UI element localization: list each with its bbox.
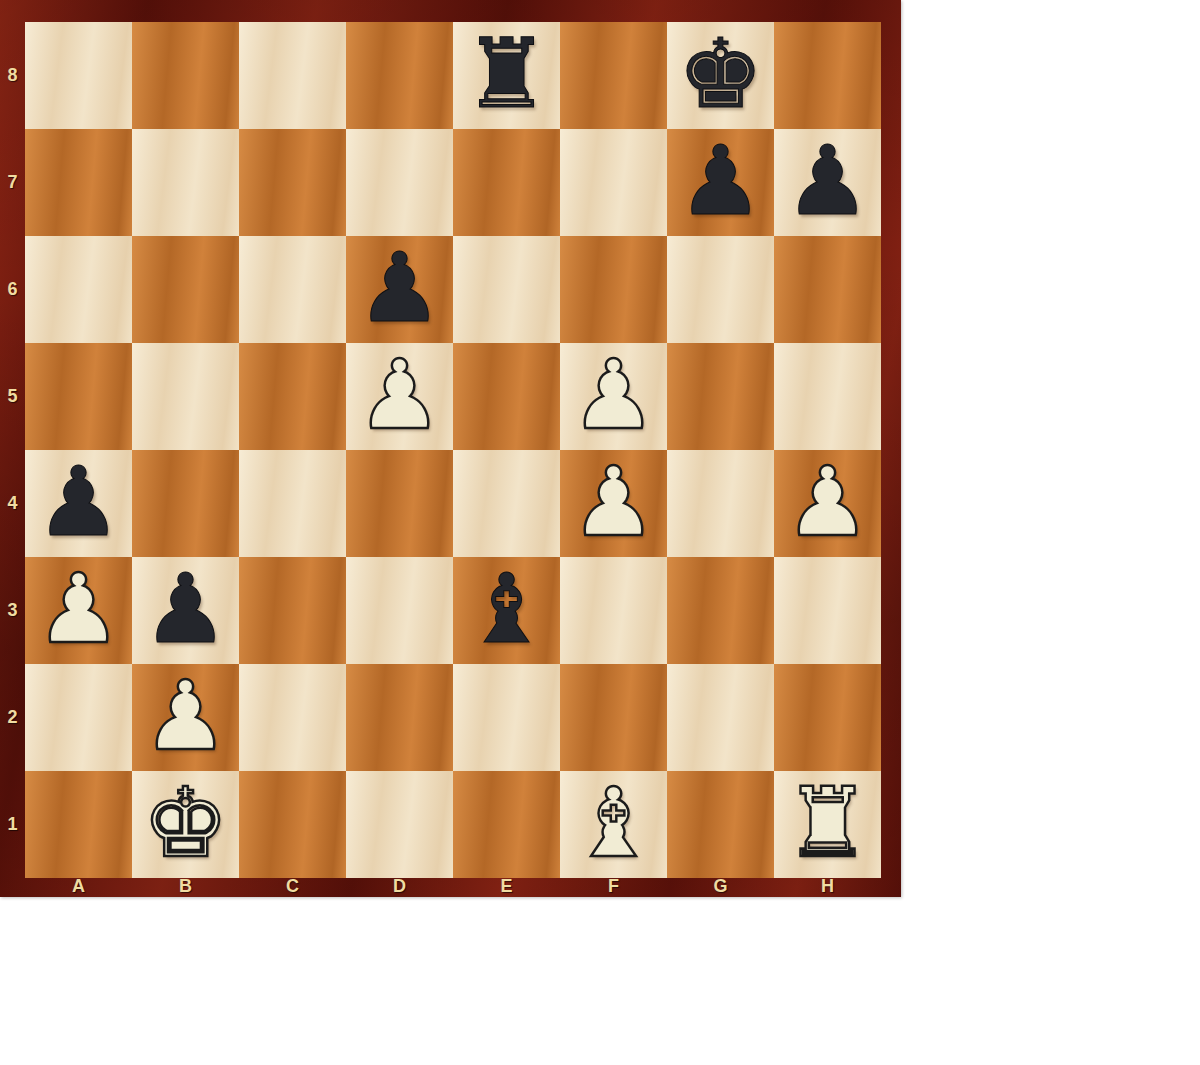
square-d3[interactable] <box>346 557 453 664</box>
white-pawn[interactable]: ♟ <box>560 343 667 450</box>
black-rook[interactable]: ♜ <box>453 22 560 129</box>
square-g1[interactable] <box>667 771 774 878</box>
white-king[interactable]: ♚ <box>132 771 239 878</box>
square-d6[interactable]: ♟ <box>346 236 453 343</box>
black-pawn[interactable]: ♟ <box>132 557 239 664</box>
white-pawn[interactable]: ♟ <box>346 343 453 450</box>
square-h5[interactable] <box>774 343 881 450</box>
square-h2[interactable] <box>774 664 881 771</box>
file-label-a: A <box>25 876 132 897</box>
square-g3[interactable] <box>667 557 774 664</box>
square-g2[interactable] <box>667 664 774 771</box>
black-pawn[interactable]: ♟ <box>667 129 774 236</box>
white-pawn[interactable]: ♟ <box>132 664 239 771</box>
white-rook[interactable]: ♜ <box>774 771 881 878</box>
white-bishop[interactable]: ♝ <box>560 771 667 878</box>
square-f7[interactable] <box>560 129 667 236</box>
square-h8[interactable] <box>774 22 881 129</box>
file-label-c: C <box>239 876 346 897</box>
square-d7[interactable] <box>346 129 453 236</box>
square-g5[interactable] <box>667 343 774 450</box>
square-c3[interactable] <box>239 557 346 664</box>
rank-label-6: 6 <box>0 236 25 343</box>
black-pawn[interactable]: ♟ <box>25 450 132 557</box>
square-h6[interactable] <box>774 236 881 343</box>
square-e4[interactable] <box>453 450 560 557</box>
square-f6[interactable] <box>560 236 667 343</box>
rank-label-5: 5 <box>0 343 25 450</box>
square-g4[interactable] <box>667 450 774 557</box>
square-c5[interactable] <box>239 343 346 450</box>
square-b1[interactable]: ♚ <box>132 771 239 878</box>
square-f3[interactable] <box>560 557 667 664</box>
white-pawn[interactable]: ♟ <box>560 450 667 557</box>
square-e8[interactable]: ♜ <box>453 22 560 129</box>
square-d8[interactable] <box>346 22 453 129</box>
square-d4[interactable] <box>346 450 453 557</box>
square-g7[interactable]: ♟ <box>667 129 774 236</box>
board-frame: 87654321 ABCDEFGH ♜♚♟♟♟♟♟♟♟♟♟♟♝♟♚♝♜ <box>0 0 901 897</box>
square-e7[interactable] <box>453 129 560 236</box>
square-e5[interactable] <box>453 343 560 450</box>
square-c2[interactable] <box>239 664 346 771</box>
rank-label-2: 2 <box>0 664 25 771</box>
square-c6[interactable] <box>239 236 346 343</box>
square-a8[interactable] <box>25 22 132 129</box>
square-e3[interactable]: ♝ <box>453 557 560 664</box>
square-d1[interactable] <box>346 771 453 878</box>
square-d2[interactable] <box>346 664 453 771</box>
square-f1[interactable]: ♝ <box>560 771 667 878</box>
white-pawn[interactable]: ♟ <box>25 557 132 664</box>
black-king[interactable]: ♚ <box>667 22 774 129</box>
square-a4[interactable]: ♟ <box>25 450 132 557</box>
square-a5[interactable] <box>25 343 132 450</box>
square-f8[interactable] <box>560 22 667 129</box>
square-h7[interactable]: ♟ <box>774 129 881 236</box>
square-a2[interactable] <box>25 664 132 771</box>
rank-labels: 87654321 <box>0 22 25 878</box>
square-b6[interactable] <box>132 236 239 343</box>
square-f5[interactable]: ♟ <box>560 343 667 450</box>
square-a3[interactable]: ♟ <box>25 557 132 664</box>
file-labels: ABCDEFGH <box>25 876 881 897</box>
file-label-b: B <box>132 876 239 897</box>
square-b8[interactable] <box>132 22 239 129</box>
square-f2[interactable] <box>560 664 667 771</box>
square-b3[interactable]: ♟ <box>132 557 239 664</box>
square-b7[interactable] <box>132 129 239 236</box>
square-f4[interactable]: ♟ <box>560 450 667 557</box>
rank-label-1: 1 <box>0 771 25 878</box>
square-a6[interactable] <box>25 236 132 343</box>
black-pawn[interactable]: ♟ <box>346 236 453 343</box>
black-bishop[interactable]: ♝ <box>453 557 560 664</box>
square-e1[interactable] <box>453 771 560 878</box>
rank-label-7: 7 <box>0 129 25 236</box>
file-label-d: D <box>346 876 453 897</box>
square-e6[interactable] <box>453 236 560 343</box>
rank-label-8: 8 <box>0 22 25 129</box>
file-label-g: G <box>667 876 774 897</box>
square-b2[interactable]: ♟ <box>132 664 239 771</box>
square-c1[interactable] <box>239 771 346 878</box>
file-label-f: F <box>560 876 667 897</box>
square-a1[interactable] <box>25 771 132 878</box>
square-d5[interactable]: ♟ <box>346 343 453 450</box>
square-c8[interactable] <box>239 22 346 129</box>
page-background: 87654321 ABCDEFGH ♜♚♟♟♟♟♟♟♟♟♟♟♝♟♚♝♜ <box>0 0 1200 1065</box>
square-a7[interactable] <box>25 129 132 236</box>
square-e2[interactable] <box>453 664 560 771</box>
square-b5[interactable] <box>132 343 239 450</box>
rank-label-3: 3 <box>0 557 25 664</box>
square-g8[interactable]: ♚ <box>667 22 774 129</box>
square-h1[interactable]: ♜ <box>774 771 881 878</box>
square-b4[interactable] <box>132 450 239 557</box>
file-label-e: E <box>453 876 560 897</box>
square-c4[interactable] <box>239 450 346 557</box>
square-h3[interactable] <box>774 557 881 664</box>
rank-label-4: 4 <box>0 450 25 557</box>
square-h4[interactable]: ♟ <box>774 450 881 557</box>
chess-board: ♜♚♟♟♟♟♟♟♟♟♟♟♝♟♚♝♜ <box>25 22 881 878</box>
white-pawn[interactable]: ♟ <box>774 450 881 557</box>
black-pawn[interactable]: ♟ <box>774 129 881 236</box>
file-label-h: H <box>774 876 881 897</box>
square-g6[interactable] <box>667 236 774 343</box>
square-c7[interactable] <box>239 129 346 236</box>
